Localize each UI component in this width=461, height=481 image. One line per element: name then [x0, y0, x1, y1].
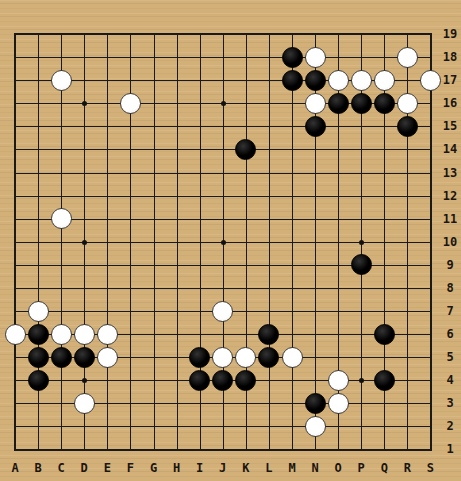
column-label: J — [214, 461, 232, 475]
black-stone[interactable] — [28, 324, 49, 345]
black-stone[interactable] — [258, 347, 279, 368]
black-stone[interactable] — [189, 370, 210, 391]
row-label: 5 — [437, 350, 461, 364]
column-label: P — [352, 461, 370, 475]
star-point — [82, 240, 87, 245]
black-stone[interactable] — [305, 70, 326, 91]
white-stone[interactable] — [397, 47, 418, 68]
column-label: E — [98, 461, 116, 475]
white-stone[interactable] — [97, 347, 118, 368]
white-stone[interactable] — [28, 301, 49, 322]
column-label: R — [398, 461, 416, 475]
black-stone[interactable] — [374, 370, 395, 391]
black-stone[interactable] — [258, 324, 279, 345]
black-stone[interactable] — [351, 254, 372, 275]
white-stone[interactable] — [305, 93, 326, 114]
black-stone[interactable] — [212, 370, 233, 391]
white-stone[interactable] — [120, 93, 141, 114]
white-stone[interactable] — [351, 70, 372, 91]
column-label: D — [75, 461, 93, 475]
white-stone[interactable] — [305, 47, 326, 68]
column-label: Q — [375, 461, 393, 475]
white-stone[interactable] — [282, 347, 303, 368]
row-label: 4 — [437, 373, 461, 387]
column-label: G — [145, 461, 163, 475]
white-stone[interactable] — [374, 70, 395, 91]
black-stone[interactable] — [28, 347, 49, 368]
black-stone[interactable] — [328, 93, 349, 114]
row-label: 6 — [437, 327, 461, 341]
black-stone[interactable] — [28, 370, 49, 391]
row-label: 1 — [437, 442, 461, 456]
go-board-screenshot: ABCDEFGHIJKLMNOPQRS191817161514131211109… — [0, 0, 461, 481]
row-label: 7 — [437, 304, 461, 318]
star-point — [359, 240, 364, 245]
row-label: 10 — [437, 235, 461, 249]
black-stone[interactable] — [374, 93, 395, 114]
white-stone[interactable] — [305, 416, 326, 437]
column-label: S — [421, 461, 439, 475]
column-label: H — [168, 461, 186, 475]
white-stone[interactable] — [51, 324, 72, 345]
column-label: F — [121, 461, 139, 475]
row-label: 17 — [437, 73, 461, 87]
column-label: N — [306, 461, 324, 475]
white-stone[interactable] — [5, 324, 26, 345]
white-stone[interactable] — [212, 347, 233, 368]
row-label: 15 — [437, 119, 461, 133]
white-stone[interactable] — [212, 301, 233, 322]
column-label: A — [6, 461, 24, 475]
white-stone[interactable] — [397, 93, 418, 114]
black-stone[interactable] — [189, 347, 210, 368]
black-stone[interactable] — [235, 370, 256, 391]
row-label: 16 — [437, 96, 461, 110]
black-stone[interactable] — [305, 116, 326, 137]
star-point — [221, 101, 226, 106]
row-label: 12 — [437, 189, 461, 203]
black-stone[interactable] — [282, 70, 303, 91]
column-label: O — [329, 461, 347, 475]
row-label: 18 — [437, 50, 461, 64]
black-stone[interactable] — [282, 47, 303, 68]
white-stone[interactable] — [51, 70, 72, 91]
column-label: B — [29, 461, 47, 475]
black-stone[interactable] — [397, 116, 418, 137]
row-label: 2 — [437, 419, 461, 433]
column-label: L — [260, 461, 278, 475]
white-stone[interactable] — [74, 393, 95, 414]
white-stone[interactable] — [235, 347, 256, 368]
column-label: I — [191, 461, 209, 475]
white-stone[interactable] — [328, 393, 349, 414]
row-label: 11 — [437, 212, 461, 226]
row-label: 14 — [437, 142, 461, 156]
black-stone[interactable] — [51, 347, 72, 368]
column-label: M — [283, 461, 301, 475]
row-label: 8 — [437, 281, 461, 295]
black-stone[interactable] — [374, 324, 395, 345]
white-stone[interactable] — [97, 324, 118, 345]
black-stone[interactable] — [351, 93, 372, 114]
go-board[interactable]: ABCDEFGHIJKLMNOPQRS191817161514131211109… — [0, 0, 461, 481]
row-label: 19 — [437, 27, 461, 41]
column-label: C — [52, 461, 70, 475]
white-stone[interactable] — [51, 208, 72, 229]
white-stone[interactable] — [328, 370, 349, 391]
row-label: 13 — [437, 166, 461, 180]
black-stone[interactable] — [305, 393, 326, 414]
white-stone[interactable] — [328, 70, 349, 91]
column-label: K — [237, 461, 255, 475]
white-stone[interactable] — [74, 324, 95, 345]
row-label: 3 — [437, 396, 461, 410]
black-stone[interactable] — [74, 347, 95, 368]
row-label: 9 — [437, 258, 461, 272]
star-point — [221, 240, 226, 245]
